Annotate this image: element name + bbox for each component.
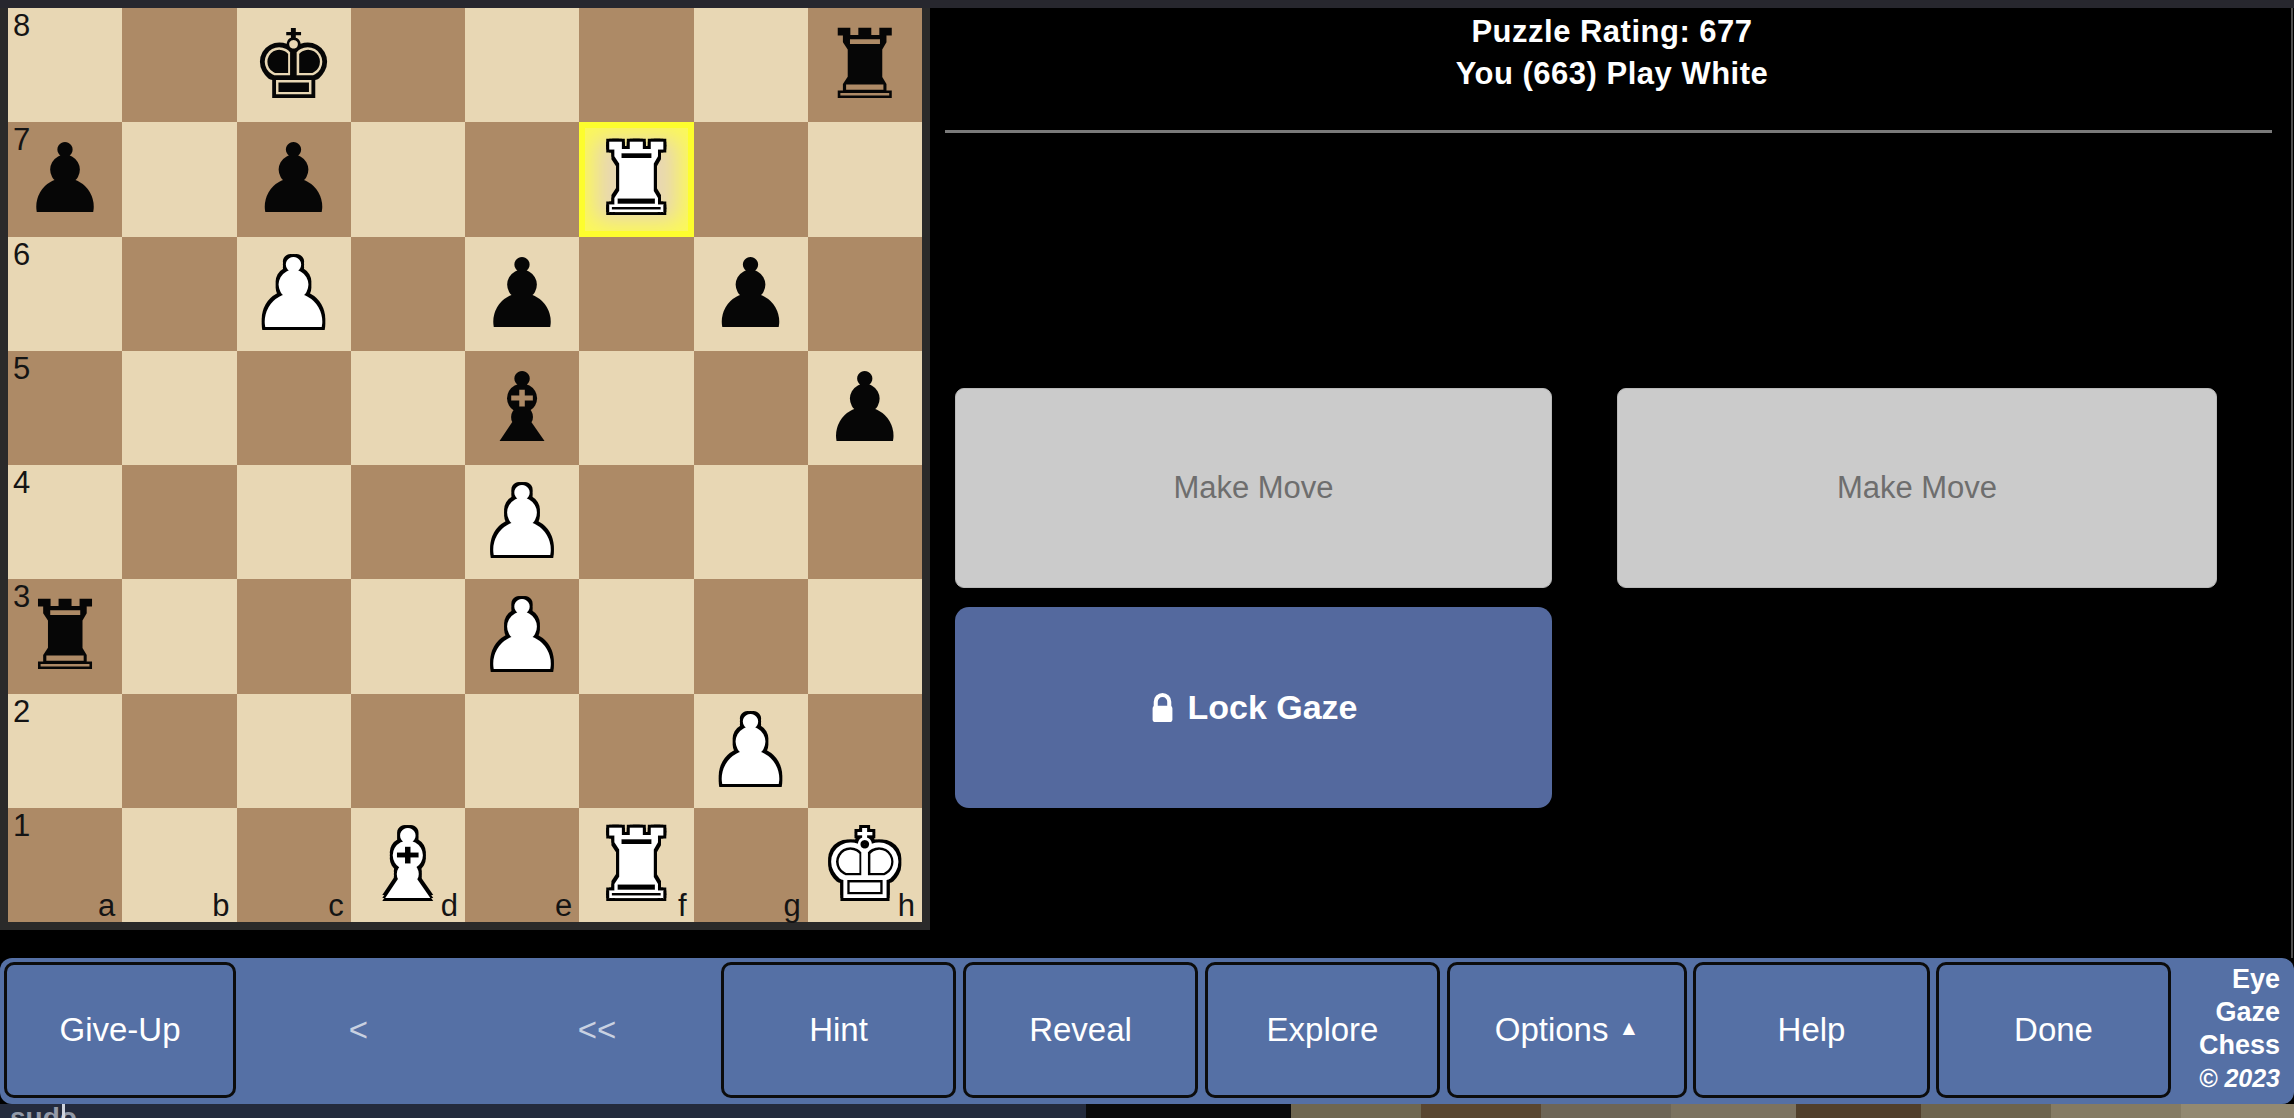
square-h1[interactable]: h♚: [808, 808, 922, 922]
file-label-a: a: [98, 890, 115, 921]
square-e8[interactable]: [465, 8, 579, 122]
rank-label-6: 6: [13, 237, 30, 273]
make-move-left-label: Make Move: [1173, 470, 1333, 506]
square-a8[interactable]: 8: [8, 8, 122, 122]
make-move-button-left[interactable]: Make Move: [955, 388, 1552, 588]
piece-white-pawn: ♟: [251, 246, 337, 342]
square-a5[interactable]: 5: [8, 351, 122, 465]
square-d8[interactable]: [351, 8, 465, 122]
square-b6[interactable]: [122, 237, 236, 351]
square-f3[interactable]: [579, 579, 693, 693]
square-h3[interactable]: [808, 579, 922, 693]
file-label-g: g: [784, 890, 801, 921]
file-label-b: b: [212, 890, 229, 921]
player-side-text: You (663) Play White: [930, 56, 2294, 92]
board-frame: 8♚♜7♟♟♜6♟♟♟5♝♟4♟3♜♟2♟1abcd♝ef♜gh♚: [0, 8, 930, 930]
square-d4[interactable]: [351, 465, 465, 579]
square-e6[interactable]: ♟: [465, 237, 579, 351]
square-g4[interactable]: [694, 465, 808, 579]
desktop-black-strip: [1086, 1104, 1291, 1118]
piece-black-pawn: ♟: [708, 246, 794, 342]
square-b5[interactable]: [122, 351, 236, 465]
square-g5[interactable]: [694, 351, 808, 465]
piece-white-pawn: ♟: [479, 588, 565, 684]
options-label: Options: [1495, 1011, 1609, 1049]
square-h2[interactable]: [808, 694, 922, 808]
file-label-e: e: [555, 890, 572, 921]
piece-white-pawn: ♟: [708, 703, 794, 799]
square-f1[interactable]: f♜: [579, 808, 693, 922]
square-g8[interactable]: [694, 8, 808, 122]
square-c7[interactable]: ♟: [237, 122, 351, 236]
rank-label-1: 1: [13, 808, 30, 844]
square-a4[interactable]: 4: [8, 465, 122, 579]
piece-black-pawn: ♟: [251, 131, 337, 227]
square-f7[interactable]: ♜: [579, 122, 693, 236]
square-c6[interactable]: ♟: [237, 237, 351, 351]
piece-black-rook: ♜: [822, 17, 908, 113]
square-a3[interactable]: 3♜: [8, 579, 122, 693]
square-e4[interactable]: ♟: [465, 465, 579, 579]
piece-white-king: ♚: [822, 817, 908, 913]
square-g1[interactable]: g: [694, 808, 808, 922]
window-top-strip: [0, 0, 2294, 8]
square-c5[interactable]: [237, 351, 351, 465]
square-c3[interactable]: [237, 579, 351, 693]
square-g2[interactable]: ♟: [694, 694, 808, 808]
square-c8[interactable]: ♚: [237, 8, 351, 122]
give-up-label: Give-Up: [59, 1011, 180, 1049]
square-a6[interactable]: 6: [8, 237, 122, 351]
square-d2[interactable]: [351, 694, 465, 808]
window-edge: [2291, 8, 2293, 958]
square-e2[interactable]: [465, 694, 579, 808]
brand-line-2: Gaze: [2199, 996, 2280, 1029]
bottom-toolbar: Give-Up < << Hint Reveal Explore Options…: [0, 958, 2294, 1104]
rank-label-7: 7: [13, 122, 30, 158]
piece-black-pawn: ♟: [479, 246, 565, 342]
hint-button[interactable]: Hint: [721, 962, 956, 1098]
terminal-cursor: [62, 1104, 65, 1118]
square-d1[interactable]: d♝: [351, 808, 465, 922]
square-b8[interactable]: [122, 8, 236, 122]
square-g3[interactable]: [694, 579, 808, 693]
file-label-d: d: [441, 890, 458, 921]
square-e1[interactable]: e: [465, 808, 579, 922]
piece-black-pawn: ♟: [22, 131, 108, 227]
desktop-strip: [1291, 1104, 2294, 1118]
reveal-label: Reveal: [1029, 1011, 1132, 1049]
square-e7[interactable]: [465, 122, 579, 236]
piece-black-king: ♚: [251, 17, 337, 113]
square-d3[interactable]: [351, 579, 465, 693]
rank-label-8: 8: [13, 8, 30, 44]
app-brand: Eye Gaze Chess © 2023: [2199, 963, 2280, 1095]
hint-label: Hint: [809, 1011, 868, 1049]
app-window: 8♚♜7♟♟♜6♟♟♟5♝♟4♟3♜♟2♟1abcd♝ef♜gh♚ Puzzle…: [0, 0, 2294, 1118]
options-button[interactable]: Options ▲: [1447, 962, 1687, 1098]
piece-black-pawn: ♟: [822, 360, 908, 456]
square-f8[interactable]: [579, 8, 693, 122]
piece-black-bishop: ♝: [479, 360, 565, 456]
square-h7[interactable]: [808, 122, 922, 236]
square-f2[interactable]: [579, 694, 693, 808]
back-label: <: [349, 1011, 368, 1049]
square-d7[interactable]: [351, 122, 465, 236]
make-move-button-right[interactable]: Make Move: [1617, 388, 2217, 588]
brand-line-3: Chess: [2199, 1029, 2280, 1062]
caret-up-icon: ▲: [1618, 1016, 1639, 1040]
square-e3[interactable]: ♟: [465, 579, 579, 693]
explore-label: Explore: [1267, 1011, 1379, 1049]
square-h8[interactable]: ♜: [808, 8, 922, 122]
piece-white-rook: ♜: [593, 131, 679, 227]
square-g7[interactable]: [694, 122, 808, 236]
brand-line-1: Eye: [2199, 963, 2280, 996]
done-label: Done: [2014, 1011, 2093, 1049]
reveal-button[interactable]: Reveal: [963, 962, 1198, 1098]
piece-white-pawn: ♟: [479, 474, 565, 570]
puzzle-rating-text: Puzzle Rating: 677: [930, 14, 2294, 50]
lock-gaze-button[interactable]: Lock Gaze: [955, 607, 1552, 808]
rank-label-3: 3: [13, 579, 30, 615]
file-label-c: c: [328, 890, 344, 921]
make-move-right-label: Make Move: [1837, 470, 1997, 506]
back-all-label: <<: [578, 1011, 617, 1049]
square-f4[interactable]: [579, 465, 693, 579]
square-f5[interactable]: [579, 351, 693, 465]
explore-button[interactable]: Explore: [1205, 962, 1440, 1098]
square-a7[interactable]: 7♟: [8, 122, 122, 236]
lock-gaze-label: Lock Gaze: [1187, 688, 1357, 727]
square-a1[interactable]: 1a: [8, 808, 122, 922]
rank-label-5: 5: [13, 351, 30, 387]
piece-black-rook: ♜: [22, 588, 108, 684]
square-h6[interactable]: [808, 237, 922, 351]
square-c2[interactable]: [237, 694, 351, 808]
file-label-f: f: [678, 890, 687, 921]
square-d6[interactable]: [351, 237, 465, 351]
square-f6[interactable]: [579, 237, 693, 351]
terminal-strip: sudo: [0, 1104, 1086, 1118]
piece-white-rook: ♜: [593, 817, 679, 913]
help-button[interactable]: Help: [1693, 962, 1930, 1098]
square-c4[interactable]: [237, 465, 351, 579]
square-b3[interactable]: [122, 579, 236, 693]
terminal-text: sudo: [10, 1104, 77, 1118]
chess-board[interactable]: 8♚♜7♟♟♜6♟♟♟5♝♟4♟3♜♟2♟1abcd♝ef♜gh♚: [8, 8, 922, 922]
back-all-button[interactable]: <<: [477, 962, 717, 1098]
square-b4[interactable]: [122, 465, 236, 579]
square-b2[interactable]: [122, 694, 236, 808]
give-up-button[interactable]: Give-Up: [4, 962, 236, 1098]
square-b1[interactable]: b: [122, 808, 236, 922]
square-h5[interactable]: ♟: [808, 351, 922, 465]
back-button[interactable]: <: [240, 962, 477, 1098]
rank-label-2: 2: [13, 694, 30, 730]
square-b7[interactable]: [122, 122, 236, 236]
done-button[interactable]: Done: [1936, 962, 2171, 1098]
help-label: Help: [1778, 1011, 1846, 1049]
square-d5[interactable]: [351, 351, 465, 465]
square-a2[interactable]: 2: [8, 694, 122, 808]
square-h4[interactable]: [808, 465, 922, 579]
file-label-h: h: [898, 890, 915, 921]
rank-label-4: 4: [13, 465, 30, 501]
panel-divider: [945, 130, 2272, 133]
square-g6[interactable]: ♟: [694, 237, 808, 351]
square-e5[interactable]: ♝: [465, 351, 579, 465]
square-c1[interactable]: c: [237, 808, 351, 922]
lock-icon: [1149, 692, 1176, 724]
brand-copyright: © 2023: [2199, 1062, 2280, 1095]
piece-white-bishop: ♝: [365, 817, 451, 913]
